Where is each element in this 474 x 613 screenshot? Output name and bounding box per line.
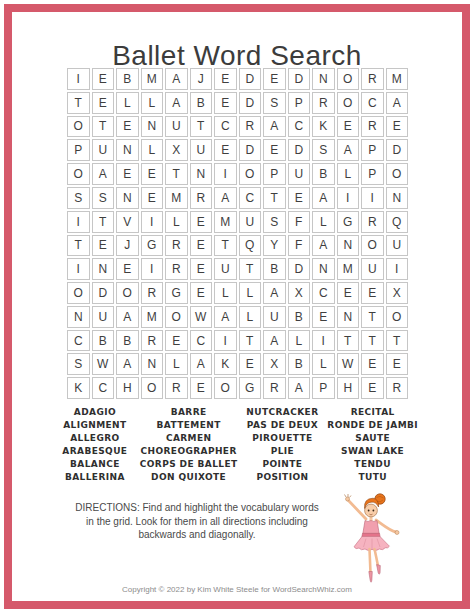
grid-cell-r11c4[interactable]: M (141, 306, 164, 328)
grid-cell-r7c14[interactable]: Q (386, 211, 409, 233)
grid-cell-r6c4[interactable]: E (141, 187, 164, 209)
word-item: ALLEGRO (70, 432, 119, 445)
grid-cell-r7c3[interactable]: V (116, 211, 139, 233)
grid-cell-r6c10[interactable]: E (288, 187, 311, 209)
grid-cell-r4c9[interactable]: E (263, 139, 286, 161)
word-item: POINTE (262, 458, 302, 471)
word-item: BALANCE (70, 458, 120, 471)
word-item: CHOREOGRAPHER (141, 445, 237, 458)
grid-cell-r7c13[interactable]: R (361, 211, 384, 233)
grid-cell-r6c7[interactable]: A (214, 187, 237, 209)
grid-cell-r11c12[interactable]: N (337, 306, 360, 328)
grid-cell-r2c7[interactable]: E (214, 92, 237, 114)
word-item: ARABESQUE (62, 445, 127, 458)
grid-cell-r1c8[interactable]: D (239, 68, 262, 90)
grid-cell-r8c9[interactable]: Y (263, 235, 286, 257)
word-list-column-4: RECITALRONDE DE JAMBISAUTESWAN LAKETENDU… (327, 406, 418, 484)
grid-cell-r5c3[interactable]: E (116, 163, 139, 185)
grid-cell-r8c11[interactable]: A (312, 235, 335, 257)
grid-cell-r7c11[interactable]: L (312, 211, 335, 233)
grid-cell-r2c12[interactable]: O (337, 92, 360, 114)
grid-cell-r10c1[interactable]: O (67, 282, 90, 304)
grid-cell-r1c5[interactable]: A (165, 68, 188, 90)
grid-cell-r11c6[interactable]: W (190, 306, 213, 328)
grid-cell-r8c3[interactable]: J (116, 235, 139, 257)
grid-cell-r10c9[interactable]: A (263, 282, 286, 304)
ballerina-hand-left (346, 497, 350, 501)
grid-cell-r13c1[interactable]: S (67, 353, 90, 375)
grid-cell-r2c1[interactable]: T (67, 92, 90, 114)
directions-line-3: backwards and diagonally. (62, 528, 332, 542)
grid-cell-r10c3[interactable]: O (116, 282, 139, 304)
grid-cell-r2c4[interactable]: L (141, 92, 164, 114)
grid-cell-r10c2[interactable]: D (92, 282, 115, 304)
grid-cell-r14c14[interactable]: R (386, 377, 409, 399)
grid-cell-r12c8[interactable]: T (239, 330, 262, 352)
grid-cell-r1c1[interactable]: I (67, 68, 90, 90)
word-item: RONDE DE JAMBI (327, 419, 418, 432)
word-item: ADAGIO (74, 406, 116, 419)
grid-cell-r2c8[interactable]: D (239, 92, 262, 114)
word-list-column-2: BARREBATTEMENTCARMENCHOREOGRAPHERCORPS D… (140, 406, 238, 484)
grid-cell-r9c3[interactable]: E (116, 258, 139, 280)
grid-cell-r10c7[interactable]: L (214, 282, 237, 304)
grid-cell-r13c13[interactable]: E (361, 353, 384, 375)
grid-cell-r13c9[interactable]: X (263, 353, 286, 375)
grid-cell-r6c8[interactable]: C (239, 187, 262, 209)
grid-cell-r4c12[interactable]: A (337, 139, 360, 161)
grid-cell-r8c8[interactable]: Q (239, 235, 262, 257)
grid-cell-r13c7[interactable]: K (214, 353, 237, 375)
grid-cell-r12c10[interactable]: L (288, 330, 311, 352)
grid-cell-r11c1[interactable]: N (67, 306, 90, 328)
grid-cell-r9c1[interactable]: I (67, 258, 90, 280)
grid-cell-r7c5[interactable]: L (165, 211, 188, 233)
grid-cell-r4c14[interactable]: D (386, 139, 409, 161)
grid-cell-r7c12[interactable]: G (337, 211, 360, 233)
grid-cell-r7c6[interactable]: E (190, 211, 213, 233)
grid-cell-r3c6[interactable]: T (190, 116, 213, 138)
grid-cell-r7c2[interactable]: T (92, 211, 115, 233)
grid-cell-r12c7[interactable]: I (214, 330, 237, 352)
grid-cell-r11c8[interactable]: L (239, 306, 262, 328)
grid-cell-r8c7[interactable]: T (214, 235, 237, 257)
grid-cell-r2c13[interactable]: C (361, 92, 384, 114)
ballerina-bodice (363, 521, 379, 534)
directions-line-2: in the grid. Look for them in all direct… (62, 515, 332, 529)
grid-cell-r10c5[interactable]: G (165, 282, 188, 304)
grid-cell-r6c9[interactable]: T (263, 187, 286, 209)
grid-cell-r10c10[interactable]: X (288, 282, 311, 304)
grid-cell-r14c11[interactable]: P (312, 377, 335, 399)
grid-cell-r3c4[interactable]: N (141, 116, 164, 138)
word-item: NUTCRACKER (246, 406, 318, 419)
grid-cell-r5c11[interactable]: B (312, 163, 335, 185)
grid-cell-r14c4[interactable]: O (141, 377, 164, 399)
grid-cell-r14c3[interactable]: H (116, 377, 139, 399)
grid-cell-r5c9[interactable]: P (263, 163, 286, 185)
word-list-column-1: ADAGIOALIGNMENTALLEGROARABESQUEBALANCEBA… (50, 406, 140, 484)
grid-cell-r13c2[interactable]: W (92, 353, 115, 375)
grid-cell-r3c2[interactable]: T (92, 116, 115, 138)
grid-cell-r13c14[interactable]: E (386, 353, 409, 375)
grid-cell-r4c4[interactable]: L (141, 139, 164, 161)
grid-cell-r4c1[interactable]: P (67, 139, 90, 161)
grid-cell-r14c12[interactable]: H (337, 377, 360, 399)
grid-cell-r13c12[interactable]: W (337, 353, 360, 375)
grid-cell-r6c3[interactable]: N (116, 187, 139, 209)
grid-cell-r12c2[interactable]: B (92, 330, 115, 352)
grid-cell-r12c1[interactable]: C (67, 330, 90, 352)
grid-cell-r4c8[interactable]: D (239, 139, 262, 161)
grid-cell-r6c12[interactable]: I (337, 187, 360, 209)
grid-cell-r12c14[interactable]: T (386, 330, 409, 352)
grid-cell-r3c11[interactable]: K (312, 116, 335, 138)
grid-cell-r9c14[interactable]: I (386, 258, 409, 280)
grid-cell-r13c5[interactable]: L (165, 353, 188, 375)
grid-cell-r7c7[interactable]: M (214, 211, 237, 233)
directions-text: DIRECTIONS: Find and highlight the vocab… (62, 501, 332, 542)
ballerina-hand-right (395, 531, 399, 535)
grid-cell-r4c11[interactable]: S (312, 139, 335, 161)
grid-cell-r7c1[interactable]: I (67, 211, 90, 233)
grid-cell-r12c13[interactable]: T (361, 330, 384, 352)
grid-cell-r4c5[interactable]: X (165, 139, 188, 161)
word-item: BATTEMENT (157, 419, 221, 432)
ballerina-shoe-right (377, 565, 381, 575)
ballerina-tutu (354, 537, 389, 551)
grid-cell-r1c3[interactable]: B (116, 68, 139, 90)
grid-cell-r14c2[interactable]: C (92, 377, 115, 399)
grid-cell-r9c4[interactable]: I (141, 258, 164, 280)
grid-cell-r9c11[interactable]: N (312, 258, 335, 280)
grid-cell-r4c10[interactable]: D (288, 139, 311, 161)
grid-cell-r14c9[interactable]: R (263, 377, 286, 399)
grid-cell-r3c12[interactable]: E (337, 116, 360, 138)
grid-cell-r1c10[interactable]: D (288, 68, 311, 90)
grid-cell-r8c13[interactable]: O (361, 235, 384, 257)
grid-cell-r7c4[interactable]: I (141, 211, 164, 233)
grid-cell-r1c14[interactable]: M (386, 68, 409, 90)
grid-cell-r14c13[interactable]: E (361, 377, 384, 399)
word-list: ADAGIOALIGNMENTALLEGROARABESQUEBALANCEBA… (50, 406, 418, 484)
ballerina-leg-right (375, 549, 379, 566)
grid-cell-r9c13[interactable]: U (361, 258, 384, 280)
grid-cell-r1c13[interactable]: R (361, 68, 384, 90)
grid-cell-r14c5[interactable]: R (165, 377, 188, 399)
grid-cell-r2c6[interactable]: B (190, 92, 213, 114)
grid-cell-r1c4[interactable]: M (141, 68, 164, 90)
grid-cell-r6c11[interactable]: A (312, 187, 335, 209)
grid-cell-r14c10[interactable]: A (288, 377, 311, 399)
grid-cell-r8c10[interactable]: F (288, 235, 311, 257)
grid-cell-r5c1[interactable]: O (67, 163, 90, 185)
grid-cell-r3c7[interactable]: C (214, 116, 237, 138)
grid-cell-r13c4[interactable]: N (141, 353, 164, 375)
grid-cell-r14c7[interactable]: O (214, 377, 237, 399)
grid-cell-r3c5[interactable]: U (165, 116, 188, 138)
grid-cell-r2c5[interactable]: A (165, 92, 188, 114)
grid-cell-r9c2[interactable]: N (92, 258, 115, 280)
grid-cell-r4c7[interactable]: E (214, 139, 237, 161)
grid-cell-r6c2[interactable]: S (92, 187, 115, 209)
ballerina-raised-arm (348, 500, 366, 519)
grid-cell-r10c8[interactable]: L (239, 282, 262, 304)
grid-cell-r5c13[interactable]: P (361, 163, 384, 185)
grid-cell-r9c9[interactable]: B (263, 258, 286, 280)
grid-cell-r12c5[interactable]: E (165, 330, 188, 352)
grid-cell-r3c9[interactable]: A (263, 116, 286, 138)
word-item: POSITION (256, 471, 308, 484)
grid-cell-r5c14[interactable]: O (386, 163, 409, 185)
grid-cell-r4c13[interactable]: P (361, 139, 384, 161)
grid-cell-r12c3[interactable]: B (116, 330, 139, 352)
grid-cell-r2c11[interactable]: R (312, 92, 335, 114)
grid-cell-r11c13[interactable]: T (361, 306, 384, 328)
grid-cell-r3c10[interactable]: C (288, 116, 311, 138)
word-item: PLIE (271, 445, 294, 458)
grid-cell-r2c9[interactable]: S (263, 92, 286, 114)
grid-cell-r1c12[interactable]: O (337, 68, 360, 90)
grid-cell-r10c11[interactable]: C (312, 282, 335, 304)
grid-cell-r10c4[interactable]: R (141, 282, 164, 304)
grid-cell-r14c8[interactable]: G (239, 377, 262, 399)
grid-cell-r4c3[interactable]: N (116, 139, 139, 161)
grid-cell-r6c5[interactable]: M (165, 187, 188, 209)
grid-cell-r12c9[interactable]: A (263, 330, 286, 352)
grid-cell-r3c14[interactable]: E (386, 116, 409, 138)
grid-cell-r8c1[interactable]: T (67, 235, 90, 257)
grid-cell-r3c8[interactable]: R (239, 116, 262, 138)
grid-cell-r9c8[interactable]: T (239, 258, 262, 280)
grid-cell-r14c6[interactable]: E (190, 377, 213, 399)
ballerina-extended-arm (376, 520, 396, 532)
word-item: RECITAL (351, 406, 395, 419)
grid-cell-r9c10[interactable]: D (288, 258, 311, 280)
grid-cell-r8c14[interactable]: U (386, 235, 409, 257)
grid-cell-r8c4[interactable]: G (141, 235, 164, 257)
grid-cell-r12c11[interactable]: I (312, 330, 335, 352)
grid-cell-r13c6[interactable]: A (190, 353, 213, 375)
grid-cell-r13c11[interactable]: L (312, 353, 335, 375)
grid-cell-r2c10[interactable]: P (288, 92, 311, 114)
grid-cell-r12c6[interactable]: C (190, 330, 213, 352)
grid-cell-r5c12[interactable]: L (337, 163, 360, 185)
word-item: SWAN LAKE (341, 445, 404, 458)
grid-cell-r8c5[interactable]: R (165, 235, 188, 257)
grid-cell-r11c2[interactable]: U (92, 306, 115, 328)
grid-cell-r4c2[interactable]: U (92, 139, 115, 161)
grid-cell-r9c12[interactable]: M (337, 258, 360, 280)
grid-cell-r8c6[interactable]: E (190, 235, 213, 257)
grid-cell-r13c10[interactable]: B (288, 353, 311, 375)
grid-cell-r5c8[interactable]: O (239, 163, 262, 185)
word-list-column-3: NUTCRACKERPAS DE DEUXPIROUETTEPLIEPOINTE… (238, 406, 328, 484)
word-item: SAUTE (355, 432, 390, 445)
grid-cell-r6c14[interactable]: N (386, 187, 409, 209)
grid-cell-r5c7[interactable]: I (214, 163, 237, 185)
grid-cell-r11c11[interactable]: E (312, 306, 335, 328)
copyright-footer: Copyright © 2022 by Kim White Steele for… (0, 585, 474, 594)
grid-cell-r3c3[interactable]: E (116, 116, 139, 138)
grid-cell-r6c6[interactable]: R (190, 187, 213, 209)
grid-cell-r13c3[interactable]: A (116, 353, 139, 375)
grid-cell-r12c12[interactable]: T (337, 330, 360, 352)
ballerina-leg-left (370, 549, 371, 573)
grid-cell-r11c14[interactable]: O (386, 306, 409, 328)
grid-cell-r1c11[interactable]: N (312, 68, 335, 90)
grid-cell-r11c10[interactable]: B (288, 306, 311, 328)
directions-line-1: DIRECTIONS: Find and highlight the vocab… (62, 501, 332, 515)
word-item: TENDU (354, 458, 391, 471)
grid-cell-r5c10[interactable]: U (288, 163, 311, 185)
word-item: DON QUIXOTE (151, 471, 226, 484)
grid-cell-r10c13[interactable]: E (361, 282, 384, 304)
word-item: CARMEN (166, 432, 212, 445)
grid-cell-r5c2[interactable]: A (92, 163, 115, 185)
grid-cell-r14c1[interactable]: K (67, 377, 90, 399)
puzzle-title: Ballet Word Search (0, 40, 474, 72)
grid-cell-r2c3[interactable]: L (116, 92, 139, 114)
grid-cell-r7c9[interactable]: S (263, 211, 286, 233)
grid-cell-r9c6[interactable]: E (190, 258, 213, 280)
word-item: BALLERINA (65, 471, 125, 484)
word-item: BARRE (171, 406, 207, 419)
grid-cell-r11c5[interactable]: O (165, 306, 188, 328)
grid-cell-r2c2[interactable]: E (92, 92, 115, 114)
grid-cell-r7c8[interactable]: U (239, 211, 262, 233)
grid-cell-r1c6[interactable]: J (190, 68, 213, 90)
grid-cell-r5c5[interactable]: T (165, 163, 188, 185)
grid-cell-r1c2[interactable]: E (92, 68, 115, 90)
grid-cell-r6c13[interactable]: I (361, 187, 384, 209)
grid-cell-r10c12[interactable]: E (337, 282, 360, 304)
grid-cell-r8c2[interactable]: E (92, 235, 115, 257)
ballerina-shoe-left (369, 572, 373, 583)
grid-cell-r10c6[interactable]: E (190, 282, 213, 304)
word-search-grid: IEBMAJEDEDNORMTELLABEDSPROCAOTENUTCRACKE… (67, 68, 408, 399)
grid-cell-r11c3[interactable]: A (116, 306, 139, 328)
grid-cell-r3c1[interactable]: O (67, 116, 90, 138)
grid-cell-r3c13[interactable]: R (361, 116, 384, 138)
grid-cell-r9c7[interactable]: U (214, 258, 237, 280)
grid-cell-r1c7[interactable]: E (214, 68, 237, 90)
grid-cell-r11c9[interactable]: U (263, 306, 286, 328)
grid-cell-r4c6[interactable]: U (190, 139, 213, 161)
word-item: PIROUETTE (252, 432, 312, 445)
grid-cell-r2c14[interactable]: A (386, 92, 409, 114)
word-item: ALIGNMENT (63, 419, 126, 432)
grid-cell-r11c7[interactable]: A (214, 306, 237, 328)
grid-cell-r9c5[interactable]: R (165, 258, 188, 280)
grid-cell-r12c4[interactable]: R (141, 330, 164, 352)
grid-cell-r13c8[interactable]: E (239, 353, 262, 375)
grid-cell-r6c1[interactable]: S (67, 187, 90, 209)
grid-cell-r10c14[interactable]: X (386, 282, 409, 304)
word-item: TUTU (358, 471, 387, 484)
word-item: PAS DE DEUX (247, 419, 318, 432)
ballerina-illustration (340, 488, 406, 594)
grid-cell-r8c12[interactable]: N (337, 235, 360, 257)
grid-cell-r5c4[interactable]: E (141, 163, 164, 185)
grid-cell-r5c6[interactable]: N (190, 163, 213, 185)
grid-cell-r7c10[interactable]: F (288, 211, 311, 233)
grid-cell-r1c9[interactable]: E (263, 68, 286, 90)
word-item: CORPS DE BALLET (140, 458, 238, 471)
